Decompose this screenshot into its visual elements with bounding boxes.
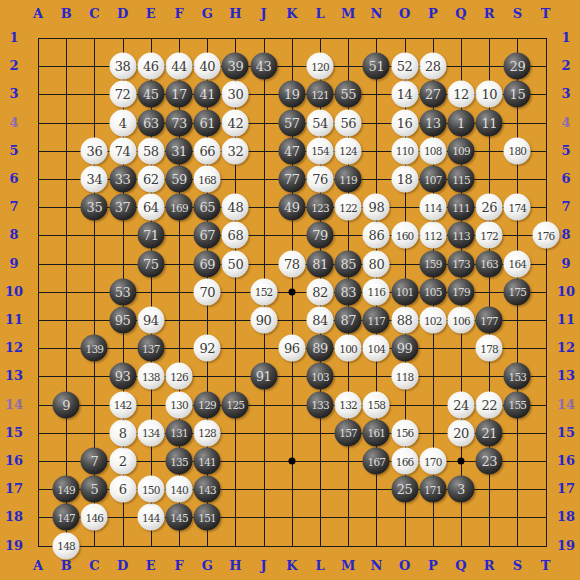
stone-F7: 169 (166, 194, 193, 221)
row-label-right-16: 16 (554, 453, 578, 469)
stone-K4: 57 (278, 109, 305, 136)
stone-M12: 100 (335, 335, 362, 362)
star-point-Q16 (458, 458, 465, 465)
stone-F17: 140 (166, 476, 193, 503)
row-label-left-18: 18 (2, 509, 26, 525)
col-label-top-Q: Q (449, 6, 473, 22)
move-number: 67 (199, 228, 215, 243)
move-number: 177 (480, 314, 498, 326)
stone-O16: 166 (391, 448, 418, 475)
stone-D4: 4 (109, 109, 136, 136)
stone-N15: 161 (363, 419, 390, 446)
stone-R14: 22 (476, 391, 503, 418)
row-label-left-13: 13 (2, 368, 26, 384)
move-number: 178 (480, 342, 498, 354)
move-number: 64 (143, 200, 159, 215)
stone-G7: 65 (194, 194, 221, 221)
move-number: 46 (143, 59, 159, 74)
move-number: 128 (198, 427, 216, 439)
row-label-left-14: 14 (2, 397, 26, 413)
row-label-left-4: 4 (2, 115, 26, 131)
move-number: 156 (396, 427, 414, 439)
move-number: 47 (284, 143, 300, 158)
move-number: 141 (198, 455, 216, 467)
move-number: 164 (509, 258, 527, 270)
move-number: 130 (170, 399, 188, 411)
move-number: 41 (199, 87, 215, 102)
stone-O11: 88 (391, 307, 418, 334)
grid-line-vertical (546, 38, 547, 547)
stone-F15: 131 (166, 419, 193, 446)
stone-M10: 83 (335, 278, 362, 305)
move-number: 70 (199, 284, 215, 299)
move-number: 154 (311, 145, 329, 157)
stone-O12: 99 (391, 335, 418, 362)
stone-H4: 42 (222, 109, 249, 136)
move-number: 8 (119, 425, 127, 440)
row-label-right-1: 1 (554, 30, 578, 46)
stone-E9: 75 (137, 250, 164, 277)
col-label-bottom-H: H (223, 558, 247, 574)
stone-P6: 107 (419, 166, 446, 193)
stone-L11: 84 (307, 307, 334, 334)
row-label-left-12: 12 (2, 340, 26, 356)
move-number: 78 (284, 256, 300, 271)
move-number: 84 (312, 313, 328, 328)
stone-M7: 122 (335, 194, 362, 221)
stone-S2: 29 (504, 53, 531, 80)
stone-O6: 18 (391, 166, 418, 193)
stone-L13: 103 (307, 363, 334, 390)
stone-O15: 156 (391, 419, 418, 446)
stone-C16: 7 (81, 448, 108, 475)
stone-D17: 6 (109, 476, 136, 503)
row-label-right-9: 9 (554, 256, 578, 272)
stone-Q8: 113 (448, 222, 475, 249)
stone-M3: 55 (335, 81, 362, 108)
move-number: 13 (425, 115, 441, 130)
move-number: 80 (369, 256, 385, 271)
stone-K3: 19 (278, 81, 305, 108)
stone-H8: 68 (222, 222, 249, 249)
stone-J2: 43 (250, 53, 277, 80)
col-label-bottom-A: A (26, 558, 50, 574)
stone-R4: 11 (476, 109, 503, 136)
move-number: 11 (481, 115, 497, 130)
stone-E8: 71 (137, 222, 164, 249)
move-number: 125 (227, 399, 245, 411)
move-number: 50 (228, 256, 244, 271)
stone-H14: 125 (222, 391, 249, 418)
stone-K6: 77 (278, 166, 305, 193)
stone-P7: 114 (419, 194, 446, 221)
stone-Q5: 109 (448, 137, 475, 164)
move-number: 74 (115, 143, 131, 158)
col-label-bottom-T: T (534, 558, 558, 574)
stone-Q9: 173 (448, 250, 475, 277)
move-number: 170 (424, 455, 442, 467)
move-number: 100 (339, 342, 357, 354)
move-number: 40 (199, 59, 215, 74)
move-number: 42 (228, 115, 244, 130)
row-label-right-4: 4 (554, 115, 578, 131)
col-label-top-N: N (364, 6, 388, 22)
stone-G16: 141 (194, 448, 221, 475)
stone-G8: 67 (194, 222, 221, 249)
stone-P17: 171 (419, 476, 446, 503)
move-number: 79 (312, 228, 328, 243)
move-number: 139 (86, 342, 104, 354)
move-number: 75 (143, 256, 159, 271)
row-label-left-7: 7 (2, 199, 26, 215)
row-label-left-3: 3 (2, 86, 26, 102)
stone-R8: 172 (476, 222, 503, 249)
stone-L2: 120 (307, 53, 334, 80)
stone-G9: 69 (194, 250, 221, 277)
stone-M15: 157 (335, 419, 362, 446)
move-number: 137 (142, 342, 160, 354)
stone-K5: 47 (278, 137, 305, 164)
stone-E11: 94 (137, 307, 164, 334)
row-label-right-15: 15 (554, 425, 578, 441)
stone-R12: 178 (476, 335, 503, 362)
stone-O13: 118 (391, 363, 418, 390)
row-label-left-5: 5 (2, 143, 26, 159)
stone-Q15: 20 (448, 419, 475, 446)
move-number: 121 (311, 88, 329, 100)
move-number: 159 (424, 258, 442, 270)
move-number: 69 (199, 256, 215, 271)
stone-C12: 139 (81, 335, 108, 362)
stone-L8: 79 (307, 222, 334, 249)
move-number: 83 (340, 284, 356, 299)
stone-E5: 58 (137, 137, 164, 164)
stone-L6: 76 (307, 166, 334, 193)
move-number: 27 (425, 87, 441, 102)
stone-R3: 10 (476, 81, 503, 108)
col-label-top-L: L (308, 6, 332, 22)
stone-D15: 8 (109, 419, 136, 446)
move-number: 101 (396, 286, 414, 298)
move-number: 163 (480, 258, 498, 270)
col-label-top-G: G (195, 6, 219, 22)
row-label-left-16: 16 (2, 453, 26, 469)
row-label-left-15: 15 (2, 425, 26, 441)
move-number: 115 (452, 173, 470, 185)
stone-O4: 16 (391, 109, 418, 136)
move-number: 146 (86, 511, 104, 523)
stone-N2: 51 (363, 53, 390, 80)
col-label-top-K: K (280, 6, 304, 22)
move-number: 113 (452, 229, 470, 241)
col-label-top-H: H (223, 6, 247, 22)
move-number: 140 (170, 483, 188, 495)
move-number: 179 (452, 286, 470, 298)
move-number: 44 (171, 59, 187, 74)
move-number: 111 (452, 201, 470, 213)
move-number: 6 (119, 482, 127, 497)
move-number: 29 (510, 59, 526, 74)
row-label-right-13: 13 (554, 368, 578, 384)
col-label-top-S: S (505, 6, 529, 22)
move-number: 118 (396, 370, 414, 382)
stone-S7: 174 (504, 194, 531, 221)
star-point-K10 (288, 288, 295, 295)
stone-R9: 163 (476, 250, 503, 277)
move-number: 7 (91, 454, 99, 469)
stone-O2: 52 (391, 53, 418, 80)
col-label-top-J: J (252, 6, 276, 22)
move-number: 119 (339, 173, 357, 185)
col-label-top-B: B (54, 6, 78, 22)
stone-P4: 13 (419, 109, 446, 136)
move-number: 123 (311, 201, 329, 213)
move-number: 117 (368, 314, 386, 326)
stone-Q10: 179 (448, 278, 475, 305)
stone-G14: 129 (194, 391, 221, 418)
move-number: 157 (339, 427, 357, 439)
move-number: 12 (453, 87, 469, 102)
row-label-left-2: 2 (2, 58, 26, 74)
col-label-top-P: P (421, 6, 445, 22)
move-number: 85 (340, 256, 356, 271)
move-number: 65 (199, 200, 215, 215)
col-label-top-D: D (111, 6, 135, 22)
move-number: 147 (57, 511, 75, 523)
move-number: 98 (369, 200, 385, 215)
stone-P16: 170 (419, 448, 446, 475)
stone-M5: 124 (335, 137, 362, 164)
move-number: 180 (509, 145, 527, 157)
move-number: 134 (142, 427, 160, 439)
stone-S9: 164 (504, 250, 531, 277)
move-number: 120 (311, 60, 329, 72)
move-number: 76 (312, 172, 328, 187)
stone-G5: 66 (194, 137, 221, 164)
move-number: 135 (170, 455, 188, 467)
stone-F13: 126 (166, 363, 193, 390)
stone-O10: 101 (391, 278, 418, 305)
move-number: 103 (311, 370, 329, 382)
stone-N9: 80 (363, 250, 390, 277)
row-label-left-6: 6 (2, 171, 26, 187)
stone-C18: 146 (81, 504, 108, 531)
stone-Q3: 12 (448, 81, 475, 108)
col-label-top-R: R (477, 6, 501, 22)
move-number: 104 (368, 342, 386, 354)
move-number: 38 (115, 59, 131, 74)
stone-L10: 82 (307, 278, 334, 305)
stone-N7: 98 (363, 194, 390, 221)
move-number: 89 (312, 341, 328, 356)
move-number: 43 (256, 59, 272, 74)
move-number: 176 (537, 229, 555, 241)
stone-G18: 151 (194, 504, 221, 531)
stone-O17: 25 (391, 476, 418, 503)
go-board: AABBCCDDEEFFGGHHJJKKLLMMNNOOPPQQRRSSTT11… (0, 0, 580, 580)
stone-Q7: 111 (448, 194, 475, 221)
stone-C7: 35 (81, 194, 108, 221)
move-number: 39 (228, 59, 244, 74)
stone-O5: 110 (391, 137, 418, 164)
stone-D14: 142 (109, 391, 136, 418)
stone-G3: 41 (194, 81, 221, 108)
move-number: 151 (198, 511, 216, 523)
row-label-left-17: 17 (2, 481, 26, 497)
move-number: 28 (425, 59, 441, 74)
move-number: 24 (453, 397, 469, 412)
move-number: 21 (481, 425, 497, 440)
move-number: 112 (424, 229, 442, 241)
move-number: 148 (57, 540, 75, 552)
row-label-right-11: 11 (554, 312, 578, 328)
stone-N11: 117 (363, 307, 390, 334)
stone-E6: 62 (137, 166, 164, 193)
stone-Q17: 3 (448, 476, 475, 503)
stone-M6: 119 (335, 166, 362, 193)
move-number: 82 (312, 284, 328, 299)
stone-K7: 49 (278, 194, 305, 221)
move-number: 142 (114, 399, 132, 411)
stone-E4: 63 (137, 109, 164, 136)
move-number: 31 (171, 143, 187, 158)
move-number: 152 (255, 286, 273, 298)
stone-D6: 33 (109, 166, 136, 193)
stone-L12: 89 (307, 335, 334, 362)
stone-S3: 15 (504, 81, 531, 108)
col-label-bottom-Q: Q (449, 558, 473, 574)
stone-L4: 54 (307, 109, 334, 136)
stone-O8: 160 (391, 222, 418, 249)
grid-line-horizontal (38, 546, 547, 547)
move-number: 4 (119, 115, 127, 130)
stone-E7: 64 (137, 194, 164, 221)
move-number: 34 (87, 172, 103, 187)
stone-N12: 104 (363, 335, 390, 362)
row-label-right-12: 12 (554, 340, 578, 356)
row-label-right-17: 17 (554, 481, 578, 497)
move-number: 36 (87, 143, 103, 158)
move-number: 72 (115, 87, 131, 102)
move-number: 18 (397, 172, 413, 187)
move-number: 122 (339, 201, 357, 213)
col-label-bottom-K: K (280, 558, 304, 574)
move-number: 96 (284, 341, 300, 356)
move-number: 175 (509, 286, 527, 298)
move-number: 14 (397, 87, 413, 102)
move-number: 88 (397, 313, 413, 328)
move-number: 63 (143, 115, 159, 130)
move-number: 66 (199, 143, 215, 158)
stone-B18: 147 (53, 504, 80, 531)
stone-L5: 154 (307, 137, 334, 164)
stone-D11: 95 (109, 307, 136, 334)
star-point-K16 (288, 458, 295, 465)
row-label-right-19: 19 (554, 538, 578, 554)
stone-H7: 48 (222, 194, 249, 221)
move-number: 161 (368, 427, 386, 439)
move-number: 10 (481, 87, 497, 102)
move-number: 155 (509, 399, 527, 411)
stone-F14: 130 (166, 391, 193, 418)
stone-F5: 31 (166, 137, 193, 164)
move-number: 87 (340, 313, 356, 328)
move-number: 110 (396, 145, 414, 157)
stone-L9: 81 (307, 250, 334, 277)
move-number: 108 (424, 145, 442, 157)
move-number: 166 (396, 455, 414, 467)
move-number: 9 (62, 397, 70, 412)
col-label-top-C: C (82, 6, 106, 22)
stone-B17: 149 (53, 476, 80, 503)
move-number: 95 (115, 313, 131, 328)
stone-E12: 137 (137, 335, 164, 362)
stone-E15: 134 (137, 419, 164, 446)
move-number: 20 (453, 425, 469, 440)
stone-S14: 155 (504, 391, 531, 418)
stone-G12: 92 (194, 335, 221, 362)
move-number: 172 (480, 229, 498, 241)
move-number: 81 (312, 256, 328, 271)
col-label-bottom-C: C (82, 558, 106, 574)
stone-G4: 61 (194, 109, 221, 136)
col-label-bottom-R: R (477, 558, 501, 574)
stone-D16: 2 (109, 448, 136, 475)
col-label-bottom-N: N (364, 558, 388, 574)
move-number: 94 (143, 313, 159, 328)
stone-G17: 143 (194, 476, 221, 503)
move-number: 144 (142, 511, 160, 523)
stone-J13: 91 (250, 363, 277, 390)
move-number: 107 (424, 173, 442, 185)
stone-F2: 44 (166, 53, 193, 80)
col-label-top-E: E (139, 6, 163, 22)
move-number: 2 (119, 454, 127, 469)
stone-E2: 46 (137, 53, 164, 80)
move-number: 99 (397, 341, 413, 356)
move-number: 45 (143, 87, 159, 102)
move-number: 129 (198, 399, 216, 411)
move-number: 37 (115, 200, 131, 215)
stone-R7: 26 (476, 194, 503, 221)
stone-S13: 153 (504, 363, 531, 390)
stone-S5: 180 (504, 137, 531, 164)
row-label-left-10: 10 (2, 284, 26, 300)
col-label-bottom-O: O (393, 558, 417, 574)
stone-M11: 87 (335, 307, 362, 334)
move-number: 109 (452, 145, 470, 157)
move-number: 35 (87, 200, 103, 215)
move-number: 143 (198, 483, 216, 495)
move-number: 150 (142, 483, 160, 495)
stone-H5: 32 (222, 137, 249, 164)
move-number: 3 (457, 482, 465, 497)
stone-G15: 128 (194, 419, 221, 446)
move-number: 52 (397, 59, 413, 74)
stone-N14: 158 (363, 391, 390, 418)
row-label-right-2: 2 (554, 58, 578, 74)
move-number: 30 (228, 87, 244, 102)
move-number: 49 (284, 200, 300, 215)
move-number: 62 (143, 172, 159, 187)
grid-line-horizontal (38, 517, 547, 518)
stone-F3: 17 (166, 81, 193, 108)
row-label-right-5: 5 (554, 143, 578, 159)
move-number: 102 (424, 314, 442, 326)
stone-Q4: 1 (448, 109, 475, 136)
row-label-left-9: 9 (2, 256, 26, 272)
row-label-right-14: 14 (554, 397, 578, 413)
